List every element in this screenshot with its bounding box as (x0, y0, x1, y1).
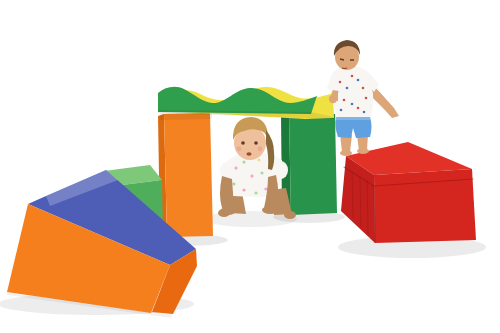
boy-left-fist (329, 95, 337, 103)
baby-left-arm (220, 176, 234, 210)
green-support-front (289, 113, 337, 215)
baby-left-hand (220, 207, 236, 215)
boy-shorts (335, 117, 371, 138)
soft-play-scene (0, 0, 500, 333)
red-platform-block (341, 142, 476, 243)
arch-right-support-block (281, 113, 337, 215)
boy-right-foot (357, 148, 369, 154)
baby-right-hand (262, 206, 278, 214)
product-photo (0, 0, 500, 333)
baby-mouth (246, 152, 251, 156)
boy-left-foot (340, 150, 352, 156)
boy-shorts-waistband (336, 117, 370, 120)
boy-mouth (342, 68, 347, 69)
baby-right-foot (284, 211, 296, 219)
arch-left-support-block (158, 112, 213, 237)
orange-support-front (164, 113, 213, 237)
standing-toddler (327, 40, 399, 156)
